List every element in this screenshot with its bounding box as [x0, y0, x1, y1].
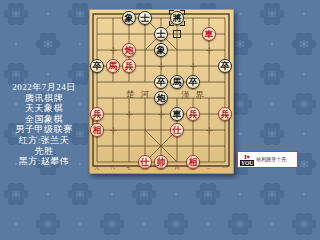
piece-black-advisor-d1[interactable]: 士: [138, 11, 152, 25]
file-label: 九: [89, 165, 105, 171]
piece-red-cannon-c3[interactable]: 炮: [122, 43, 136, 57]
star-point: [221, 110, 230, 119]
star-point: [109, 126, 118, 135]
piece-red-elephant-a8[interactable]: 相: [90, 123, 104, 137]
star-point: [93, 62, 102, 71]
xiangqi-board: 象士將士象卒卒卒馬卒炮車車炮馬兵兵兵兵相仕仕帅相 楚河 漢界 九八七六五四三二一: [89, 9, 234, 174]
file-label: 四: [169, 165, 185, 171]
star-point: [93, 110, 102, 119]
star-point: [157, 110, 166, 119]
star-point: [125, 110, 134, 119]
event-date: 2022年7月24日: [0, 82, 88, 93]
file-label: 七: [121, 165, 137, 171]
bottom-file-labels: 九八七六五四三二一: [89, 165, 233, 171]
piece-black-soldier-e5[interactable]: 卒: [154, 75, 168, 89]
piece-red-chariot-h2[interactable]: 車: [202, 27, 216, 41]
file-label: 六: [137, 165, 153, 171]
piece-black-chariot-f7[interactable]: 車: [170, 107, 184, 121]
star-point: [109, 46, 118, 55]
logo-you-badge: YOU: [240, 160, 254, 166]
thumbnail-canvas: { "game": "xiangqi", "position": { "fen"…: [0, 0, 320, 180]
event-info-panel: 2022年7月24日 腾讯棋牌 天天象棋 全国象棋 男子甲级联赛 红方:张兰天 …: [0, 82, 88, 167]
event-league-2: 男子甲级联赛: [0, 124, 88, 135]
star-point: [125, 62, 134, 71]
file-label: 五: [153, 165, 169, 171]
piece-black-elephant-c1[interactable]: 象: [122, 11, 136, 25]
watermark-caption: 哈利路亚十亮: [256, 157, 286, 162]
file-label: 二: [201, 165, 217, 171]
piece-red-advisor-f8[interactable]: 仕: [170, 123, 184, 137]
star-point: [205, 46, 214, 55]
piece-black-cannon-e6[interactable]: 炮: [154, 91, 168, 105]
file-label: 八: [105, 165, 121, 171]
event-platform: 腾讯棋牌: [0, 93, 88, 104]
channel-watermark: I♥ YOU 哈利路亚十亮: [237, 151, 298, 168]
file-label: 三: [185, 165, 201, 171]
piece-black-soldier-g5[interactable]: 卒: [186, 75, 200, 89]
iloveyou-logo: I♥ YOU: [240, 154, 254, 166]
star-point: [221, 62, 230, 71]
star-point: [189, 110, 198, 119]
star-point: [157, 62, 166, 71]
event-app: 天天象棋: [0, 103, 88, 114]
red-player: 红方:张兰天: [0, 135, 88, 146]
board-pieces: 象士將士象卒卒卒馬卒炮車車炮馬兵兵兵兵相仕仕帅相: [89, 10, 233, 170]
star-point: [205, 126, 214, 135]
piece-black-elephant-e3[interactable]: 象: [154, 43, 168, 57]
last-move-to-marker: [169, 10, 185, 26]
piece-red-horse-b4[interactable]: 馬: [106, 59, 120, 73]
piece-black-horse-f5[interactable]: 馬: [170, 75, 184, 89]
river-label-right: 漢界: [181, 90, 210, 102]
black-player: 黑方:赵攀伟: [0, 156, 88, 167]
result: 先胜: [0, 146, 88, 157]
piece-black-advisor-e2[interactable]: 士: [154, 27, 168, 41]
last-move-from-marker: [173, 30, 181, 38]
river-label-left: 楚河: [126, 89, 155, 101]
star-point: [189, 62, 198, 71]
event-league-1: 全国象棋: [0, 114, 88, 125]
file-label: 一: [217, 165, 233, 171]
